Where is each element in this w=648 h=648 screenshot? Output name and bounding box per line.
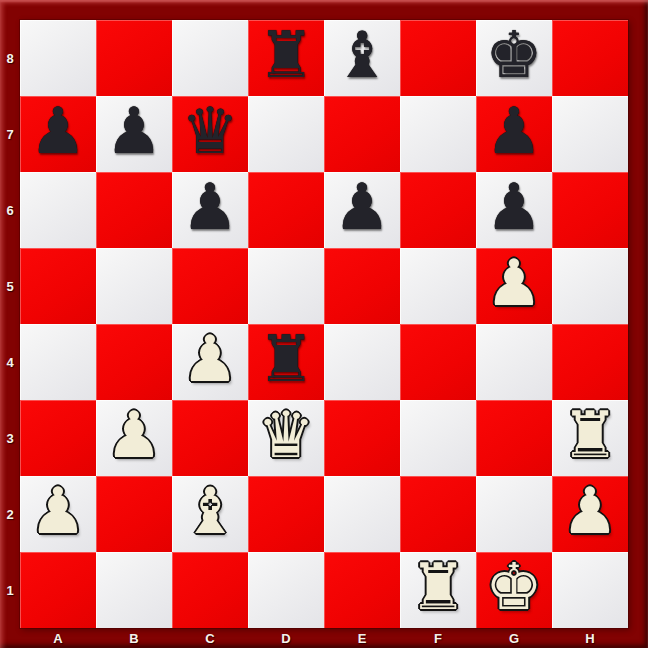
rank-label-3: 3: [0, 400, 20, 476]
square-h4[interactable]: [552, 324, 628, 400]
file-label-a: A: [20, 628, 96, 648]
rank-label-7: 7: [0, 96, 20, 172]
square-d5[interactable]: [248, 248, 324, 324]
square-e4[interactable]: [324, 324, 400, 400]
rank-label-5: 5: [0, 248, 20, 324]
piece-white-rook-f1[interactable]: ♜: [409, 555, 466, 619]
piece-black-bishop-e8[interactable]: ♝: [333, 23, 390, 87]
square-g5[interactable]: ♟: [476, 248, 552, 324]
square-a2[interactable]: ♟: [20, 476, 96, 552]
square-a8[interactable]: [20, 20, 96, 96]
square-g2[interactable]: [476, 476, 552, 552]
file-label-g: G: [476, 628, 552, 648]
piece-black-pawn-a7[interactable]: ♟: [29, 99, 86, 163]
piece-white-pawn-g5[interactable]: ♟: [485, 251, 542, 315]
square-a3[interactable]: [20, 400, 96, 476]
square-e7[interactable]: [324, 96, 400, 172]
square-h8[interactable]: [552, 20, 628, 96]
square-b2[interactable]: [96, 476, 172, 552]
square-g4[interactable]: [476, 324, 552, 400]
square-h2[interactable]: ♟: [552, 476, 628, 552]
piece-black-pawn-e6[interactable]: ♟: [333, 175, 390, 239]
square-g3[interactable]: [476, 400, 552, 476]
piece-black-pawn-g7[interactable]: ♟: [485, 99, 542, 163]
square-f7[interactable]: [400, 96, 476, 172]
square-f2[interactable]: [400, 476, 476, 552]
square-d1[interactable]: [248, 552, 324, 628]
square-a1[interactable]: [20, 552, 96, 628]
piece-white-king-g1[interactable]: ♚: [485, 555, 542, 619]
square-c1[interactable]: [172, 552, 248, 628]
square-c7[interactable]: ♛: [172, 96, 248, 172]
square-e2[interactable]: [324, 476, 400, 552]
square-b7[interactable]: ♟: [96, 96, 172, 172]
piece-white-pawn-c4[interactable]: ♟: [181, 327, 238, 391]
piece-white-pawn-b3[interactable]: ♟: [105, 403, 162, 467]
square-f5[interactable]: [400, 248, 476, 324]
square-d3[interactable]: ♛: [248, 400, 324, 476]
square-b8[interactable]: [96, 20, 172, 96]
rank-label-1: 1: [0, 552, 20, 628]
piece-white-pawn-h2[interactable]: ♟: [561, 479, 618, 543]
square-e8[interactable]: ♝: [324, 20, 400, 96]
file-label-b: B: [96, 628, 172, 648]
square-h5[interactable]: [552, 248, 628, 324]
square-g6[interactable]: ♟: [476, 172, 552, 248]
chess-board-app: 87654321♜♝♚♟♟♛♟♟♟♟♟♟♜♟♛♜♟♝♟♜♚ABCDEFGH: [0, 0, 648, 648]
piece-black-queen-c7[interactable]: ♛: [181, 99, 238, 163]
file-label-e: E: [324, 628, 400, 648]
piece-black-rook-d4[interactable]: ♜: [257, 327, 314, 391]
square-e3[interactable]: [324, 400, 400, 476]
square-h1[interactable]: [552, 552, 628, 628]
square-f4[interactable]: [400, 324, 476, 400]
square-c8[interactable]: [172, 20, 248, 96]
square-h3[interactable]: ♜: [552, 400, 628, 476]
square-c2[interactable]: ♝: [172, 476, 248, 552]
piece-black-king-g8[interactable]: ♚: [485, 23, 542, 87]
square-a4[interactable]: [20, 324, 96, 400]
square-b6[interactable]: [96, 172, 172, 248]
square-f8[interactable]: [400, 20, 476, 96]
square-h6[interactable]: [552, 172, 628, 248]
square-a6[interactable]: [20, 172, 96, 248]
square-b4[interactable]: [96, 324, 172, 400]
square-b1[interactable]: [96, 552, 172, 628]
piece-white-bishop-c2[interactable]: ♝: [181, 479, 238, 543]
rank-label-6: 6: [0, 172, 20, 248]
square-g7[interactable]: ♟: [476, 96, 552, 172]
square-c4[interactable]: ♟: [172, 324, 248, 400]
square-d2[interactable]: [248, 476, 324, 552]
square-a7[interactable]: ♟: [20, 96, 96, 172]
square-e5[interactable]: [324, 248, 400, 324]
square-e6[interactable]: ♟: [324, 172, 400, 248]
square-c3[interactable]: [172, 400, 248, 476]
piece-black-pawn-c6[interactable]: ♟: [181, 175, 238, 239]
piece-black-rook-d8[interactable]: ♜: [257, 23, 314, 87]
rank-label-8: 8: [0, 20, 20, 96]
file-label-f: F: [400, 628, 476, 648]
square-b3[interactable]: ♟: [96, 400, 172, 476]
square-f6[interactable]: [400, 172, 476, 248]
piece-black-pawn-g6[interactable]: ♟: [485, 175, 542, 239]
square-d4[interactable]: ♜: [248, 324, 324, 400]
square-c5[interactable]: [172, 248, 248, 324]
square-f3[interactable]: [400, 400, 476, 476]
file-label-h: H: [552, 628, 628, 648]
piece-white-rook-h3[interactable]: ♜: [561, 403, 618, 467]
file-label-c: C: [172, 628, 248, 648]
square-c6[interactable]: ♟: [172, 172, 248, 248]
square-e1[interactable]: [324, 552, 400, 628]
square-g1[interactable]: ♚: [476, 552, 552, 628]
square-b5[interactable]: [96, 248, 172, 324]
rank-label-2: 2: [0, 476, 20, 552]
piece-white-queen-d3[interactable]: ♛: [257, 403, 314, 467]
square-f1[interactable]: ♜: [400, 552, 476, 628]
square-d6[interactable]: [248, 172, 324, 248]
rank-label-4: 4: [0, 324, 20, 400]
square-d8[interactable]: ♜: [248, 20, 324, 96]
square-a5[interactable]: [20, 248, 96, 324]
piece-black-pawn-b7[interactable]: ♟: [105, 99, 162, 163]
board-frame: 87654321♜♝♚♟♟♛♟♟♟♟♟♟♜♟♛♜♟♝♟♜♚ABCDEFGH: [0, 0, 648, 648]
square-h7[interactable]: [552, 96, 628, 172]
piece-white-pawn-a2[interactable]: ♟: [29, 479, 86, 543]
file-label-d: D: [248, 628, 324, 648]
square-g8[interactable]: ♚: [476, 20, 552, 96]
square-d7[interactable]: [248, 96, 324, 172]
